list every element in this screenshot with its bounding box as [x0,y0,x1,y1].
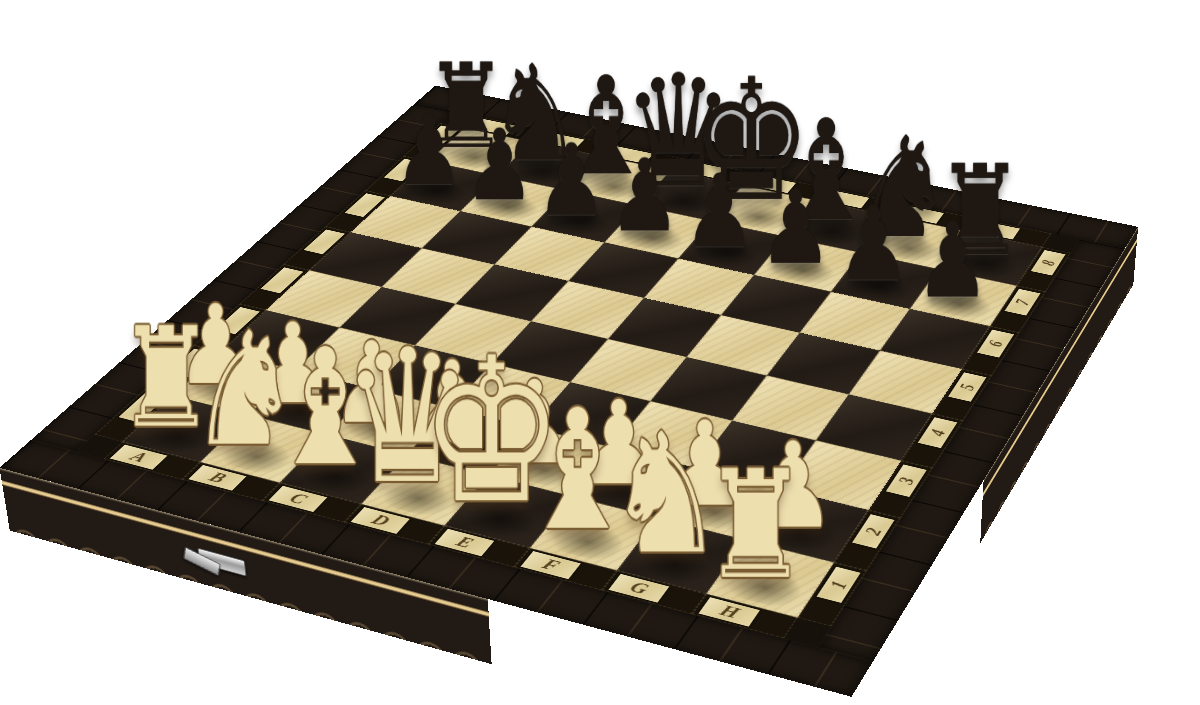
black-pawn[interactable]: ♟ [609,146,681,246]
product-photo-scene: ABCDEFGH 87654321 ♜♞♝♛♚♝♞♜♟♟♟♟♟♟♟♟♟♟♟♟♟♟… [0,0,1200,705]
rank-label-text-1: 1 [825,578,852,590]
black-pawn[interactable]: ♟ [683,161,756,262]
rank-label-text-4: 4 [925,427,950,437]
square-h7[interactable]: ♟ [910,269,1017,326]
rank-label-text-7: 7 [1011,297,1034,306]
black-pawn[interactable]: ♟ [915,208,990,312]
black-pawn[interactable]: ♟ [836,192,910,295]
perspective-stage: ABCDEFGH 87654321 ♜♞♝♛♚♝♞♜♟♟♟♟♟♟♟♟♟♟♟♟♟♟… [0,0,1200,705]
chess-board-box: ABCDEFGH 87654321 ♜♞♝♛♚♝♞♜♟♟♟♟♟♟♟♟♟♟♟♟♟♟… [0,85,1138,696]
black-pawn[interactable]: ♟ [394,102,464,200]
rank-label-text-3: 3 [893,475,919,486]
rank-label-text-6: 6 [984,338,1008,347]
black-pawn[interactable]: ♟ [464,116,535,214]
rank-label-text-8: 8 [1037,258,1060,266]
black-pawn[interactable]: ♟ [536,131,607,230]
white-rook[interactable]: ♜ [702,450,809,599]
metal-latch [181,538,246,583]
board-top-surface: ABCDEFGH 87654321 ♜♞♝♛♚♝♞♜♟♟♟♟♟♟♟♟♟♟♟♟♟♟… [0,85,1138,696]
rank-label-text-5: 5 [955,382,980,392]
black-pawn[interactable]: ♟ [759,176,832,278]
rank-label-text-2: 2 [860,525,887,536]
